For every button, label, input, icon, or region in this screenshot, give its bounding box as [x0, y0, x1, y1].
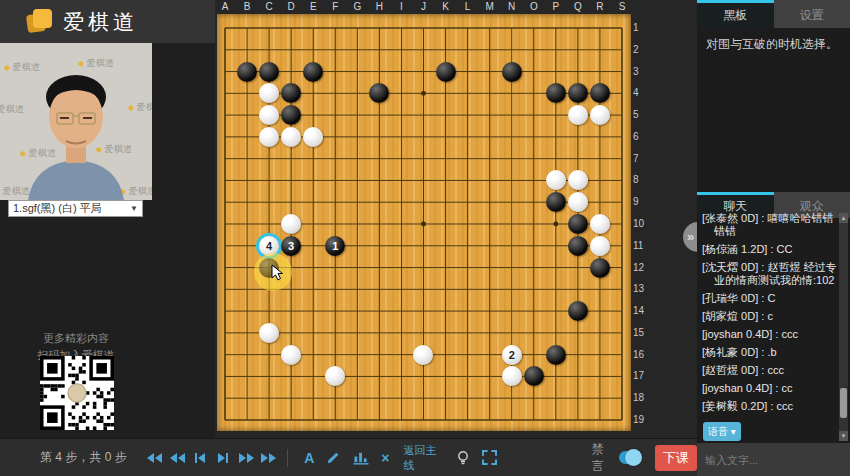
chat-message: [joyshan 0.4D] : ccc — [702, 328, 838, 341]
return-mainline-button[interactable]: 返回主线 — [403, 443, 439, 473]
blackboard-text: 对围与互破的时机选择。 — [706, 36, 844, 53]
stone-white-C6 — [259, 127, 279, 147]
stone-white-D16 — [281, 345, 301, 365]
app-logo-text: 爱棋道 — [63, 8, 138, 36]
chat-message: [joyshan 0.4D] : cc — [702, 382, 838, 395]
stone-black-B3 — [237, 62, 257, 82]
chat-message: [沈天熠 0D] : 赵哲煜 经过专业的情商测试我的情:102 — [702, 261, 838, 287]
sgf-file-dropdown[interactable]: 1.sgf(黑) (白) 平局 ▼ — [8, 200, 143, 217]
chat-scrollbar[interactable]: ▲ ▼ — [839, 213, 848, 441]
text-tool-button[interactable]: A — [304, 450, 314, 466]
col-label-L: L — [460, 1, 476, 12]
stone-black-K3 — [436, 62, 456, 82]
col-label-M: M — [482, 1, 498, 12]
col-label-G: G — [349, 1, 365, 12]
stone-black-N3 — [502, 62, 522, 82]
instructor-webcam-video: ◆ 爱棋道◆ 爱棋道◆ 爱棋道◆ 爱棋道◆ 爱棋道◆ 爱棋道◆ 爱棋道◆ 爱棋道… — [0, 43, 152, 200]
row-label-4: 4 — [633, 87, 655, 98]
col-label-E: E — [305, 1, 321, 12]
row-label-2: 2 — [633, 44, 655, 55]
row-label-7: 7 — [633, 153, 655, 164]
row-label-19: 19 — [633, 414, 655, 425]
chevron-down-icon: ▼ — [130, 204, 138, 213]
stone-black-C3 — [259, 62, 279, 82]
clear-tool-icon[interactable]: × — [381, 450, 389, 466]
stone-black-Q11 — [568, 236, 588, 256]
chat-message: [姜树毅 0.2D] : ccc — [702, 400, 838, 413]
app-header: 爱棋道 — [0, 0, 215, 43]
mute-label: 禁言 — [592, 441, 611, 475]
collapse-panel-handle[interactable]: » — [683, 222, 698, 252]
pen-tool-icon[interactable] — [326, 450, 341, 465]
move-counter: 第 4 步，共 0 步 — [40, 449, 138, 466]
chat-message: [赵哲煜 0D] : ccc — [702, 364, 838, 377]
chat-message-list: [张泰然 0D] : 嘻嘻哈哈错错错错[杨倞涵 1.2D] : CC[沈天熠 0… — [702, 212, 838, 418]
step-backward-button[interactable] — [192, 450, 208, 466]
stone-black-F11: 1 — [325, 236, 345, 256]
col-label-Q: Q — [570, 1, 586, 12]
chat-message: [孔瑞华 0D] : C — [702, 292, 838, 305]
col-label-R: R — [592, 1, 608, 12]
chart-tool-icon[interactable] — [353, 450, 369, 465]
stone-white-D10 — [281, 214, 301, 234]
row-label-14: 14 — [633, 305, 655, 316]
col-label-B: B — [239, 1, 255, 12]
row-label-10: 10 — [633, 218, 655, 229]
col-label-K: K — [438, 1, 454, 12]
chat-input-row: 发送 — [697, 443, 850, 476]
col-label-C: C — [261, 1, 277, 12]
fullscreen-icon[interactable] — [482, 450, 497, 465]
chat-message: [杨礼豪 0D] : .b — [702, 346, 838, 359]
tab-settings[interactable]: 设置 — [774, 0, 850, 28]
bottom-toolbar: 第 4 步，共 0 步 A × 返回主线 禁言 下课 — [0, 438, 697, 476]
hint-bulb-icon[interactable] — [456, 450, 470, 466]
skip-to-start-button[interactable] — [146, 450, 162, 466]
voice-button[interactable]: 语音 ▾ — [703, 422, 741, 441]
row-label-13: 13 — [633, 283, 655, 294]
qr-code — [40, 356, 114, 430]
scrollbar-thumb[interactable] — [840, 388, 847, 418]
app-window: 爱棋道 ◆ 爱棋道◆ 爱棋道◆ 爱棋道◆ 爱棋道◆ 爱棋道◆ 爱棋道◆ 爱棋道◆… — [0, 0, 850, 476]
stone-black-Q10 — [568, 214, 588, 234]
row-label-1: 1 — [633, 22, 655, 33]
right-panel: 黑板 设置 对围与互破的时机选择。 聊天 观众 [张泰然 0D] : 嘻嘻哈哈错… — [697, 0, 850, 476]
col-label-S: S — [614, 1, 630, 12]
board-zone: ABCDEFGHIJKLMNOPQRS 12345678910111213141… — [215, 0, 697, 438]
fast-forward-button[interactable] — [238, 450, 254, 466]
col-label-J: J — [415, 1, 431, 12]
stone-black-E3 — [303, 62, 323, 82]
step-forward-button[interactable] — [215, 450, 231, 466]
col-label-P: P — [548, 1, 564, 12]
toolbar-divider — [287, 449, 288, 467]
col-label-N: N — [504, 1, 520, 12]
stone-black-Q14 — [568, 301, 588, 321]
stone-black-P16 — [546, 345, 566, 365]
fast-backward-button[interactable] — [169, 450, 185, 466]
chat-message: [胡家煊 0D] : c — [702, 310, 838, 323]
row-label-3: 3 — [633, 66, 655, 77]
col-label-I: I — [393, 1, 409, 12]
stone-white-D6 — [281, 127, 301, 147]
row-label-16: 16 — [633, 349, 655, 360]
stone-black-R12 — [590, 258, 610, 278]
row-label-9: 9 — [633, 196, 655, 207]
stone-white-Q5 — [568, 105, 588, 125]
stone-black-P9 — [546, 192, 566, 212]
stone-white-R5 — [590, 105, 610, 125]
col-label-F: F — [327, 1, 343, 12]
row-label-17: 17 — [633, 370, 655, 381]
stone-white-N16: 2 — [502, 345, 522, 365]
row-label-11: 11 — [633, 240, 655, 251]
row-label-6: 6 — [633, 131, 655, 142]
row-label-12: 12 — [633, 262, 655, 273]
promo-line1: 更多精彩内容 — [0, 330, 152, 347]
sgf-file-dropdown-value: 1.sgf(黑) (白) 平局 — [13, 201, 102, 216]
col-label-A: A — [217, 1, 233, 12]
row-label-8: 8 — [633, 174, 655, 185]
col-label-D: D — [283, 1, 299, 12]
col-label-H: H — [371, 1, 387, 12]
mute-toggle[interactable] — [619, 451, 641, 464]
stone-white-R11 — [590, 236, 610, 256]
app-logo-icon — [27, 9, 53, 35]
stone-white-R10 — [590, 214, 610, 234]
col-label-O: O — [526, 1, 542, 12]
stone-white-Q9 — [568, 192, 588, 212]
stone-white-E6 — [303, 127, 323, 147]
end-class-button[interactable]: 下课 — [655, 445, 697, 471]
stone-white-C15 — [259, 323, 279, 343]
scroll-down-icon[interactable]: ▼ — [839, 431, 848, 441]
chat-input[interactable] — [697, 443, 850, 476]
scroll-up-icon[interactable]: ▲ — [839, 213, 848, 223]
row-label-18: 18 — [633, 392, 655, 403]
row-label-5: 5 — [633, 109, 655, 120]
chat-message: [杨倞涵 1.2D] : CC — [702, 243, 838, 256]
stone-black-D11: 3 — [281, 236, 301, 256]
go-board[interactable]: 4312 — [217, 14, 631, 431]
sidebar: 爱棋道 ◆ 爱棋道◆ 爱棋道◆ 爱棋道◆ 爱棋道◆ 爱棋道◆ 爱棋道◆ 爱棋道◆… — [0, 0, 215, 476]
chat-message: [张泰然 0D] : 嘻嘻哈哈错错错错 — [702, 212, 838, 238]
skip-to-end-button[interactable] — [261, 450, 277, 466]
row-label-15: 15 — [633, 327, 655, 338]
mouse-cursor-icon — [271, 264, 285, 282]
tab-blackboard[interactable]: 黑板 — [697, 0, 774, 28]
